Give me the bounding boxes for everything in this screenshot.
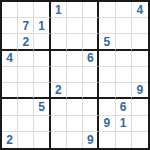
cell-r4c1[interactable]: 4 <box>2 51 18 67</box>
cell-r5c6[interactable] <box>83 67 99 83</box>
cell-r6c4[interactable]: 2 <box>51 83 67 99</box>
given-digit: 4 <box>6 52 13 64</box>
cell-r8c6[interactable] <box>83 116 99 132</box>
cell-r4c6[interactable]: 6 <box>83 51 99 67</box>
cell-r2c4[interactable] <box>51 18 67 34</box>
cell-r2c5[interactable] <box>67 18 83 34</box>
cell-r2c9[interactable] <box>132 18 148 34</box>
cell-r3c6[interactable] <box>83 34 99 50</box>
cell-r7c6[interactable] <box>83 99 99 115</box>
cell-r3c9[interactable] <box>132 34 148 50</box>
cell-r5c2[interactable] <box>18 67 34 83</box>
cell-r8c3[interactable] <box>34 116 50 132</box>
sudoku-board: 1471254629569129 <box>0 0 150 150</box>
cell-r7c7[interactable] <box>99 99 115 115</box>
cell-r9c1[interactable]: 2 <box>2 132 18 148</box>
cell-r3c1[interactable] <box>2 34 18 50</box>
cell-r5c4[interactable] <box>51 67 67 83</box>
cell-r6c9[interactable]: 9 <box>132 83 148 99</box>
cell-r8c4[interactable] <box>51 116 67 132</box>
cell-r7c4[interactable] <box>51 99 67 115</box>
cell-r7c3[interactable]: 5 <box>34 99 50 115</box>
cell-r1c7[interactable] <box>99 2 115 18</box>
cell-r4c5[interactable] <box>67 51 83 67</box>
cell-r7c9[interactable] <box>132 99 148 115</box>
cell-r1c2[interactable] <box>18 2 34 18</box>
cell-r2c1[interactable] <box>2 18 18 34</box>
cell-r6c7[interactable] <box>99 83 115 99</box>
cell-r8c2[interactable] <box>18 116 34 132</box>
cell-r1c5[interactable] <box>67 2 83 18</box>
cell-r9c7[interactable] <box>99 132 115 148</box>
cell-r3c4[interactable] <box>51 34 67 50</box>
cell-r6c3[interactable] <box>34 83 50 99</box>
cell-r8c7[interactable]: 9 <box>99 116 115 132</box>
cell-r4c4[interactable] <box>51 51 67 67</box>
cell-r7c1[interactable] <box>2 99 18 115</box>
cell-r8c9[interactable] <box>132 116 148 132</box>
given-digit: 7 <box>22 20 29 32</box>
cell-r5c1[interactable] <box>2 67 18 83</box>
given-digit: 2 <box>6 134 13 146</box>
given-digit: 2 <box>55 84 62 96</box>
cell-r5c8[interactable] <box>116 67 132 83</box>
cell-r2c3[interactable]: 1 <box>34 18 50 34</box>
given-digit: 2 <box>22 36 29 48</box>
cell-r1c4[interactable]: 1 <box>51 2 67 18</box>
cell-r3c5[interactable] <box>67 34 83 50</box>
given-digit: 1 <box>120 117 127 129</box>
given-digit: 9 <box>87 134 94 146</box>
cell-r9c4[interactable] <box>51 132 67 148</box>
cell-r1c1[interactable] <box>2 2 18 18</box>
cell-r2c8[interactable] <box>116 18 132 34</box>
cell-r1c8[interactable] <box>116 2 132 18</box>
given-digit: 6 <box>87 52 94 64</box>
cell-r7c5[interactable] <box>67 99 83 115</box>
cell-r1c9[interactable]: 4 <box>132 2 148 18</box>
cell-r9c9[interactable] <box>132 132 148 148</box>
given-digit: 4 <box>137 4 144 16</box>
given-digit: 9 <box>104 117 111 129</box>
cell-r9c5[interactable] <box>67 132 83 148</box>
cell-r5c5[interactable] <box>67 67 83 83</box>
cell-r5c3[interactable] <box>34 67 50 83</box>
cell-r4c3[interactable] <box>34 51 50 67</box>
cell-r3c8[interactable] <box>116 34 132 50</box>
cell-r4c7[interactable] <box>99 51 115 67</box>
cell-r2c6[interactable] <box>83 18 99 34</box>
cell-r6c1[interactable] <box>2 83 18 99</box>
cell-r3c2[interactable]: 2 <box>18 34 34 50</box>
cell-r7c8[interactable]: 6 <box>116 99 132 115</box>
cell-r1c3[interactable] <box>34 2 50 18</box>
given-digit: 6 <box>120 101 127 113</box>
given-digit: 1 <box>38 20 45 32</box>
cell-r6c5[interactable] <box>67 83 83 99</box>
cell-r7c2[interactable] <box>18 99 34 115</box>
given-digit: 1 <box>55 4 62 16</box>
cell-r4c9[interactable] <box>132 51 148 67</box>
cell-r5c7[interactable] <box>99 67 115 83</box>
given-digit: 9 <box>137 84 144 96</box>
cell-r6c2[interactable] <box>18 83 34 99</box>
cell-r8c1[interactable] <box>2 116 18 132</box>
given-digit: 5 <box>104 36 111 48</box>
given-digit: 5 <box>38 101 45 113</box>
cell-r2c7[interactable] <box>99 18 115 34</box>
cell-r4c2[interactable] <box>18 51 34 67</box>
cell-r9c6[interactable]: 9 <box>83 132 99 148</box>
cell-r3c3[interactable] <box>34 34 50 50</box>
cell-r9c3[interactable] <box>34 132 50 148</box>
cell-r4c8[interactable] <box>116 51 132 67</box>
cell-r9c2[interactable] <box>18 132 34 148</box>
cell-r9c8[interactable] <box>116 132 132 148</box>
cell-r2c2[interactable]: 7 <box>18 18 34 34</box>
cell-r3c7[interactable]: 5 <box>99 34 115 50</box>
cell-r8c5[interactable] <box>67 116 83 132</box>
cell-r6c6[interactable] <box>83 83 99 99</box>
cell-r6c8[interactable] <box>116 83 132 99</box>
cell-r8c8[interactable]: 1 <box>116 116 132 132</box>
cell-r1c6[interactable] <box>83 2 99 18</box>
cell-r5c9[interactable] <box>132 67 148 83</box>
